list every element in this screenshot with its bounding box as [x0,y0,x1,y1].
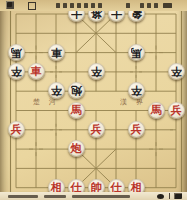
top-bar-mark [91,3,95,8]
piece-glyph: 卒 [131,82,142,99]
caption-text [8,195,38,198]
caption-text [72,195,130,198]
caption-text [44,195,66,198]
piece-black-horse[interactable]: 馬 [128,44,145,61]
top-bar-mark [147,3,151,8]
stamp-icon[interactable] [6,1,14,9]
piece-glyph: 馬 [11,44,22,61]
piece-glyph: 卒 [51,82,62,99]
piece-glyph: 卒 [171,63,182,80]
piece-red-chariot[interactable]: 車 [28,63,45,80]
piece-glyph: 炮 [71,140,82,157]
piece-glyph: 卒 [11,63,22,80]
top-bar-mark [163,3,172,8]
piece-black-chariot[interactable]: 車 [48,44,65,61]
piece-glyph: 兵 [91,121,102,138]
piece-black-soldier[interactable]: 卒 [88,63,105,80]
piece-black-soldier[interactable]: 卒 [128,82,145,99]
board-grid[interactable]: 士将士象馬車馬卒車卒卒卒炮卒馬馬兵兵兵兵炮相仕帥仕相 [6,4,186,197]
piece-red-soldier[interactable]: 兵 [168,102,185,119]
piece-glyph: 馬 [71,102,82,119]
top-bar-mark [140,3,144,8]
piece-glyph: 炮 [71,82,82,99]
top-bar-mark [126,3,130,8]
piece-black-soldier[interactable]: 卒 [168,63,185,80]
piece-red-cannon[interactable]: 炮 [68,140,85,157]
piece-red-soldier[interactable]: 兵 [128,121,145,138]
piece-black-cannon[interactable]: 炮 [68,82,85,99]
piece-glyph: 馬 [131,44,142,61]
piece-red-soldier[interactable]: 兵 [8,121,25,138]
piece-black-soldier[interactable]: 卒 [8,63,25,80]
top-bar-mark [56,3,60,8]
top-bar-mark [70,3,74,8]
piece-glyph: 車 [31,63,42,80]
piece-glyph: 馬 [151,102,162,119]
piece-glyph: 卒 [91,63,102,80]
piece-black-soldier[interactable]: 卒 [48,82,65,99]
piece-glyph: 兵 [131,121,142,138]
bottom-bar [0,192,187,200]
piece-red-horse[interactable]: 馬 [68,102,85,119]
piece-glyph: 車 [51,44,62,61]
top-bar-mark [154,3,158,8]
piece-black-horse[interactable]: 馬 [8,44,25,61]
divider [169,193,170,199]
xiangqi-photo: 楚河 漢界 士将士象馬車馬卒車卒卒卒炮卒馬馬兵兵兵兵炮相仕帥仕相 [0,0,187,200]
top-bar-mark [63,3,67,8]
window-icon[interactable] [28,2,36,10]
top-bar-mark [84,3,88,8]
piece-red-soldier[interactable]: 兵 [88,121,105,138]
top-bar-mark [77,3,81,8]
top-bar [0,0,187,11]
piece-glyph: 兵 [171,102,182,119]
piece-red-horse[interactable]: 馬 [148,102,165,119]
oval-icon[interactable] [157,194,164,199]
top-bar-mark [98,3,102,8]
square-icon[interactable] [174,193,182,199]
piece-glyph: 兵 [11,121,22,138]
